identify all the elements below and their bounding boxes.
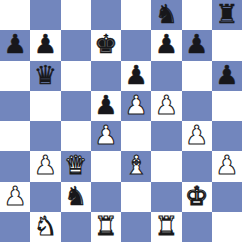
square-d5[interactable]: ♟	[91, 91, 121, 121]
square-b6[interactable]: ♛	[30, 61, 60, 91]
square-f7[interactable]: ♟	[151, 30, 181, 60]
piece-black-rook[interactable]: ♜	[215, 1, 238, 27]
square-a6[interactable]	[0, 61, 30, 91]
square-d2[interactable]	[91, 182, 121, 212]
square-d3[interactable]	[91, 151, 121, 181]
square-e4[interactable]	[121, 121, 151, 151]
square-f3[interactable]	[151, 151, 181, 181]
square-g6[interactable]	[182, 61, 212, 91]
piece-black-pawn[interactable]: ♟	[185, 31, 208, 57]
piece-white-pawn[interactable]: ♟	[185, 122, 208, 148]
square-e7[interactable]	[121, 30, 151, 60]
square-c6[interactable]	[61, 61, 91, 91]
square-h5[interactable]	[212, 91, 242, 121]
square-g3[interactable]	[182, 151, 212, 181]
square-b7[interactable]: ♟	[30, 30, 60, 60]
piece-black-knight[interactable]: ♞	[155, 1, 178, 27]
square-h1[interactable]	[212, 212, 242, 242]
square-f2[interactable]	[151, 182, 181, 212]
square-f4[interactable]	[151, 121, 181, 151]
piece-white-pawn[interactable]: ♟	[34, 152, 57, 178]
piece-white-knight[interactable]: ♞	[34, 213, 57, 239]
square-b5[interactable]	[30, 91, 60, 121]
piece-black-king[interactable]: ♚	[94, 31, 117, 57]
square-f1[interactable]: ♜	[151, 212, 181, 242]
piece-white-king[interactable]: ♚	[185, 183, 208, 209]
piece-black-pawn[interactable]: ♟	[155, 31, 178, 57]
square-d6[interactable]	[91, 61, 121, 91]
square-c3[interactable]: ♛	[61, 151, 91, 181]
square-c8[interactable]	[61, 0, 91, 30]
square-e6[interactable]: ♟	[121, 61, 151, 91]
square-h3[interactable]: ♟	[212, 151, 242, 181]
square-b8[interactable]	[30, 0, 60, 30]
square-d7[interactable]: ♚	[91, 30, 121, 60]
square-a7[interactable]: ♟	[0, 30, 30, 60]
square-f8[interactable]: ♞	[151, 0, 181, 30]
piece-white-bishop[interactable]: ♝	[124, 152, 147, 178]
square-h7[interactable]	[212, 30, 242, 60]
square-e8[interactable]	[121, 0, 151, 30]
piece-white-pawn[interactable]: ♟	[124, 92, 147, 118]
square-a8[interactable]	[0, 0, 30, 30]
square-h8[interactable]: ♜	[212, 0, 242, 30]
piece-white-rook[interactable]: ♜	[94, 213, 117, 239]
piece-white-pawn[interactable]: ♟	[155, 92, 178, 118]
piece-white-pawn[interactable]: ♟	[94, 122, 117, 148]
square-d4[interactable]: ♟	[91, 121, 121, 151]
square-h6[interactable]: ♟	[212, 61, 242, 91]
square-c2[interactable]: ♞	[61, 182, 91, 212]
square-g2[interactable]: ♚	[182, 182, 212, 212]
square-a2[interactable]: ♟	[0, 182, 30, 212]
piece-white-pawn[interactable]: ♟	[3, 183, 26, 209]
square-a3[interactable]	[0, 151, 30, 181]
square-f5[interactable]: ♟	[151, 91, 181, 121]
square-e5[interactable]: ♟	[121, 91, 151, 121]
square-c5[interactable]	[61, 91, 91, 121]
piece-black-queen[interactable]: ♛	[34, 62, 57, 88]
piece-black-pawn[interactable]: ♟	[124, 62, 147, 88]
square-a1[interactable]	[0, 212, 30, 242]
chess-board: ♞♜♟♟♚♟♟♛♟♟♟♟♟♟♟♟♛♝♟♟♞♚♞♜♜	[0, 0, 242, 242]
piece-white-queen[interactable]: ♛	[64, 152, 87, 178]
square-g1[interactable]	[182, 212, 212, 242]
square-g8[interactable]	[182, 0, 212, 30]
square-d1[interactable]: ♜	[91, 212, 121, 242]
square-f6[interactable]	[151, 61, 181, 91]
piece-black-pawn[interactable]: ♟	[34, 31, 57, 57]
piece-black-pawn[interactable]: ♟	[94, 92, 117, 118]
square-a4[interactable]	[0, 121, 30, 151]
piece-white-rook[interactable]: ♜	[155, 213, 178, 239]
square-b3[interactable]: ♟	[30, 151, 60, 181]
square-e1[interactable]	[121, 212, 151, 242]
square-d8[interactable]	[91, 0, 121, 30]
square-e2[interactable]	[121, 182, 151, 212]
square-e3[interactable]: ♝	[121, 151, 151, 181]
square-b1[interactable]: ♞	[30, 212, 60, 242]
piece-black-knight[interactable]: ♞	[64, 183, 87, 209]
square-c4[interactable]	[61, 121, 91, 151]
piece-white-pawn[interactable]: ♟	[215, 152, 238, 178]
square-g4[interactable]: ♟	[182, 121, 212, 151]
square-c7[interactable]	[61, 30, 91, 60]
square-b4[interactable]	[30, 121, 60, 151]
square-g7[interactable]: ♟	[182, 30, 212, 60]
piece-black-pawn[interactable]: ♟	[215, 62, 238, 88]
piece-black-pawn[interactable]: ♟	[3, 31, 26, 57]
square-a5[interactable]	[0, 91, 30, 121]
square-h2[interactable]	[212, 182, 242, 212]
square-b2[interactable]	[30, 182, 60, 212]
square-c1[interactable]	[61, 212, 91, 242]
square-g5[interactable]	[182, 91, 212, 121]
square-h4[interactable]	[212, 121, 242, 151]
